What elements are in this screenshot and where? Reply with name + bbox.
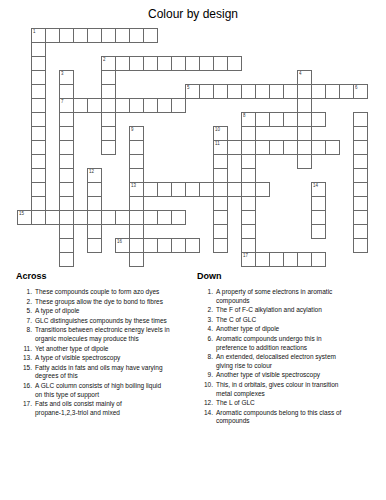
cell-r11-c24[interactable] xyxy=(353,182,368,197)
cell-r11-c13[interactable] xyxy=(199,182,214,197)
clue-num: 4. xyxy=(197,325,213,334)
cell-r2-c13[interactable] xyxy=(199,56,214,71)
clue-text: A property of some electrons in aromatic… xyxy=(216,288,332,305)
cell-r0-c7[interactable] xyxy=(115,28,130,43)
cell-r16-c3[interactable] xyxy=(59,252,74,267)
clue-text: These compounds couple to form azo dyes xyxy=(35,288,159,297)
clue-num: 9. xyxy=(197,371,213,380)
clue-number-16: 16 xyxy=(117,239,122,244)
cell-r3-c3[interactable]: 3 xyxy=(59,70,74,85)
cell-r13-c4[interactable] xyxy=(73,210,88,225)
clue-number-11: 11 xyxy=(215,141,220,146)
clue-num: 16. xyxy=(16,382,32,399)
clue-num: 12. xyxy=(197,399,213,408)
clue-text: An extended, delocalised electron system… xyxy=(216,353,336,370)
down-clue-3: 3.The C of GLC xyxy=(197,316,383,325)
cell-r4-c19[interactable] xyxy=(283,84,298,99)
cell-r14-c14[interactable] xyxy=(213,224,228,239)
clue-text: Yet another type of dipole xyxy=(35,345,108,354)
cell-r15-c9[interactable] xyxy=(143,238,158,253)
across-clue-list: 1.These compounds couple to form azo dye… xyxy=(16,288,196,417)
cell-r4-c6[interactable] xyxy=(101,84,116,99)
cell-r6-c21[interactable] xyxy=(311,112,326,127)
cell-r15-c8[interactable] xyxy=(129,238,144,253)
cell-r13-c11[interactable] xyxy=(171,210,186,225)
cell-r10-c8[interactable] xyxy=(129,168,144,183)
clue-text: These groups allow the dye to bond to fi… xyxy=(35,298,163,307)
down-clue-12: 12.The L of GLC xyxy=(197,399,383,408)
cell-r7-c6[interactable] xyxy=(101,126,116,141)
cell-r6-c18[interactable] xyxy=(269,112,284,127)
cell-r5-c1[interactable] xyxy=(31,98,46,113)
cell-r7-c8[interactable]: 9 xyxy=(129,126,144,141)
cell-r15-c10[interactable] xyxy=(157,238,172,253)
clue-number-10: 10 xyxy=(215,127,220,132)
cell-r5-c8[interactable] xyxy=(129,98,144,113)
clue-num: 7. xyxy=(16,317,32,326)
cell-r4-c24[interactable]: 6 xyxy=(353,84,368,99)
cell-r11-c10[interactable] xyxy=(157,182,172,197)
clue-text: Fatty acids in fats and oils may have va… xyxy=(35,364,163,381)
cell-r6-c17[interactable] xyxy=(255,112,270,127)
across-clues-section: Across 1.These compounds couple to form … xyxy=(16,271,196,418)
down-clue-list: 1.A property of some electrons in aromat… xyxy=(197,288,383,426)
cell-r2-c1[interactable] xyxy=(31,56,46,71)
cell-r11-c21[interactable]: 14 xyxy=(311,182,326,197)
down-clue-2: 2.The F of F-C alkylation and acylation xyxy=(197,306,383,315)
cell-r2-c7[interactable] xyxy=(115,56,130,71)
clue-num: 1. xyxy=(16,288,32,297)
cell-r11-c14[interactable] xyxy=(213,182,228,197)
cell-r9-c3[interactable] xyxy=(59,154,74,169)
cell-r9-c8[interactable] xyxy=(129,154,144,169)
cell-r5-c10[interactable] xyxy=(157,98,172,113)
down-clue-14: 14.Aromatic compounds belong to this cla… xyxy=(197,409,383,426)
cell-r15-c24[interactable] xyxy=(353,238,368,253)
clue-number-13: 13 xyxy=(131,183,136,188)
down-clue-1: 1.A property of some electrons in aromat… xyxy=(197,288,383,305)
cell-r13-c0[interactable]: 15 xyxy=(17,210,32,225)
cell-r14-c24[interactable] xyxy=(353,224,368,239)
clue-text: The F of F-C alkylation and acylation xyxy=(216,306,322,315)
clue-num: 1. xyxy=(197,288,213,305)
cell-r2-c9[interactable] xyxy=(143,56,158,71)
cell-r8-c19[interactable] xyxy=(283,140,298,155)
cell-r9-c24[interactable] xyxy=(353,154,368,169)
cell-r0-c8[interactable] xyxy=(129,28,144,43)
clue-num: 11. xyxy=(16,345,32,354)
cell-r5-c3[interactable]: 7 xyxy=(59,98,74,113)
cell-r10-c16[interactable] xyxy=(241,168,256,183)
cell-r10-c5[interactable]: 12 xyxy=(87,168,102,183)
cell-r9-c14[interactable] xyxy=(213,154,228,169)
cell-r3-c1[interactable] xyxy=(31,70,46,85)
cell-r5-c5[interactable] xyxy=(87,98,102,113)
cell-r8-c8[interactable] xyxy=(129,140,144,155)
cell-r16-c17[interactable] xyxy=(255,252,270,267)
cell-r12-c8[interactable] xyxy=(129,196,144,211)
cell-r11-c3[interactable] xyxy=(59,182,74,197)
cell-r4-c18[interactable] xyxy=(269,84,284,99)
clue-number-15: 15 xyxy=(19,211,24,216)
cell-r6-c6[interactable] xyxy=(101,112,116,127)
clue-number-6: 6 xyxy=(355,85,357,90)
cell-r13-c2[interactable] xyxy=(45,210,60,225)
clue-number-17: 17 xyxy=(243,253,248,258)
down-clue-8: 8.An extended, delocalised electron syst… xyxy=(197,353,383,370)
down-clue-4: 4.Another type of dipole xyxy=(197,325,383,334)
cell-r7-c24[interactable] xyxy=(353,126,368,141)
cell-r5-c9[interactable] xyxy=(143,98,158,113)
cell-r4-c1[interactable] xyxy=(31,84,46,99)
cell-r2-c11[interactable] xyxy=(171,56,186,71)
cell-r13-c9[interactable] xyxy=(143,210,158,225)
clue-number-3: 3 xyxy=(61,71,63,76)
cell-r4-c16[interactable] xyxy=(241,84,256,99)
cell-r8-c15[interactable] xyxy=(227,140,242,155)
cell-r6-c24[interactable] xyxy=(353,112,368,127)
cell-r0-c4[interactable] xyxy=(73,28,88,43)
cell-r6-c20[interactable] xyxy=(297,112,312,127)
across-heading: Across xyxy=(16,271,196,281)
cell-r0-c1[interactable]: 1 xyxy=(31,28,46,43)
puzzle-title: Colour by design xyxy=(0,7,386,21)
cell-r7-c1[interactable] xyxy=(31,126,46,141)
cell-r15-c7[interactable]: 16 xyxy=(115,238,130,253)
clue-number-12: 12 xyxy=(89,169,94,174)
cell-r4-c13[interactable] xyxy=(199,84,214,99)
cell-r13-c10[interactable] xyxy=(157,210,172,225)
cell-r11-c8[interactable]: 13 xyxy=(129,182,144,197)
cell-r4-c3[interactable] xyxy=(59,84,74,99)
cell-r4-c23[interactable] xyxy=(339,84,354,99)
cell-r16-c19[interactable] xyxy=(283,252,298,267)
cell-r11-c11[interactable] xyxy=(171,182,186,197)
cell-r7-c14[interactable]: 10 xyxy=(213,126,228,141)
down-heading: Down xyxy=(197,271,383,281)
cell-r5-c7[interactable] xyxy=(115,98,130,113)
cell-r13-c21[interactable] xyxy=(311,210,326,225)
cell-r5-c20[interactable] xyxy=(297,98,312,113)
cell-r9-c16[interactable] xyxy=(241,154,256,169)
clue-text: Transitions between electronic energy le… xyxy=(35,326,170,343)
cell-r12-c14[interactable] xyxy=(213,196,228,211)
cell-r12-c3[interactable] xyxy=(59,196,74,211)
across-clue-17: 17.Fats and oils consist mainly of propa… xyxy=(16,400,196,417)
cell-r14-c8[interactable] xyxy=(129,224,144,239)
across-clue-11: 11.Yet another type of dipole xyxy=(16,345,196,354)
cell-r12-c1[interactable] xyxy=(31,196,46,211)
cell-r13-c6[interactable] xyxy=(101,210,116,225)
clue-num: 2. xyxy=(197,306,213,315)
clue-num: 15. xyxy=(16,364,32,381)
clue-num: 2. xyxy=(16,298,32,307)
cell-r4-c17[interactable] xyxy=(255,84,270,99)
cell-r8-c1[interactable] xyxy=(31,140,46,155)
cell-r4-c14[interactable] xyxy=(213,84,228,99)
cell-r6-c19[interactable] xyxy=(283,112,298,127)
cell-r10-c1[interactable] xyxy=(31,168,46,183)
cell-r2-c10[interactable] xyxy=(157,56,172,71)
cell-r6-c1[interactable] xyxy=(31,112,46,127)
clue-text: Aromatic compounds belong to this class … xyxy=(216,409,341,426)
cell-r4-c12[interactable]: 5 xyxy=(185,84,200,99)
cell-r13-c8[interactable] xyxy=(129,210,144,225)
clue-num: 5. xyxy=(16,307,32,316)
cell-r15-c14[interactable] xyxy=(213,238,228,253)
cell-r14-c21[interactable] xyxy=(311,224,326,239)
down-clue-9: 9.Another type of visible spectroscopy xyxy=(197,371,383,380)
cell-r2-c14[interactable] xyxy=(213,56,228,71)
crossword-grid: 1234567891011121314151617 xyxy=(17,28,368,267)
cell-r11-c15[interactable] xyxy=(227,182,242,197)
cell-r11-c1[interactable] xyxy=(31,182,46,197)
cell-r15-c5[interactable] xyxy=(87,238,102,253)
clue-text: Fats and oils consist mainly of propane-… xyxy=(35,400,122,417)
cell-r11-c12[interactable] xyxy=(185,182,200,197)
cell-r0-c6[interactable] xyxy=(101,28,116,43)
cell-r4-c22[interactable] xyxy=(325,84,340,99)
cell-r7-c3[interactable] xyxy=(59,126,74,141)
clue-num: 8. xyxy=(197,353,213,370)
cell-r13-c7[interactable] xyxy=(115,210,130,225)
cell-r2-c12[interactable] xyxy=(185,56,200,71)
clue-text: The L of GLC xyxy=(216,399,255,408)
clue-number-2: 2 xyxy=(103,57,105,62)
cell-r10-c24[interactable] xyxy=(353,168,368,183)
clue-num: 10. xyxy=(197,381,213,398)
cell-r16-c21[interactable] xyxy=(311,252,326,267)
cell-r8-c20[interactable] xyxy=(297,140,312,155)
clue-text: The C of GLC xyxy=(216,316,256,325)
cell-r0-c5[interactable] xyxy=(87,28,102,43)
clue-num: 17. xyxy=(16,400,32,417)
cell-r2-c6[interactable]: 2 xyxy=(101,56,116,71)
cell-r5-c4[interactable] xyxy=(73,98,88,113)
cell-r12-c5[interactable] xyxy=(87,196,102,211)
cell-r7-c16[interactable] xyxy=(241,126,256,141)
clue-number-1: 1 xyxy=(33,29,35,34)
cell-r13-c16[interactable] xyxy=(241,210,256,225)
cell-r9-c20[interactable] xyxy=(297,154,312,169)
cell-r11-c9[interactable] xyxy=(143,182,158,197)
clue-num: 6. xyxy=(197,335,213,352)
clue-text: Aromatic compounds undergo this in prefe… xyxy=(216,335,322,352)
cell-r10-c14[interactable] xyxy=(213,168,228,183)
crossword-page: { "title": "Colour by design", "game": "… xyxy=(0,0,386,500)
cell-r9-c1[interactable] xyxy=(31,154,46,169)
across-clue-1: 1.These compounds couple to form azo dye… xyxy=(16,288,196,297)
cell-r13-c3[interactable] xyxy=(59,210,74,225)
cell-r4-c15[interactable] xyxy=(227,84,242,99)
cell-r15-c11[interactable] xyxy=(171,238,186,253)
clue-number-14: 14 xyxy=(313,183,318,188)
clue-text: A type of visible spectroscopy xyxy=(35,354,120,363)
cell-r7-c20[interactable] xyxy=(297,126,312,141)
cell-r4-c20[interactable] xyxy=(297,84,312,99)
cell-r3-c6[interactable] xyxy=(101,70,116,85)
down-clue-6: 6.Aromatic compounds undergo this in pre… xyxy=(197,335,383,352)
clue-text: Another type of dipole xyxy=(216,325,279,334)
cell-r15-c3[interactable] xyxy=(59,238,74,253)
clue-number-5: 5 xyxy=(187,85,189,90)
cell-r12-c16[interactable] xyxy=(241,196,256,211)
cell-r13-c1[interactable] xyxy=(31,210,46,225)
clue-num: 8. xyxy=(16,326,32,343)
clue-num: 13. xyxy=(16,354,32,363)
cell-r11-c17[interactable] xyxy=(255,182,270,197)
across-clue-5: 5.A type of dipole xyxy=(16,307,196,316)
cell-r0-c2[interactable] xyxy=(45,28,60,43)
cell-r0-c3[interactable] xyxy=(59,28,74,43)
cell-r8-c3[interactable] xyxy=(59,140,74,155)
cell-r8-c14[interactable]: 11 xyxy=(213,140,228,155)
down-clues-section: Down 1.A property of some electrons in a… xyxy=(197,271,383,427)
cell-r2-c15[interactable] xyxy=(227,56,242,71)
cell-r8-c21[interactable] xyxy=(311,140,326,155)
cell-r14-c3[interactable] xyxy=(59,224,74,239)
cell-r6-c16[interactable]: 8 xyxy=(241,112,256,127)
clue-text: Another type of visible spectroscopy xyxy=(216,371,320,380)
across-clue-15: 15.Fatty acids in fats and oils may have… xyxy=(16,364,196,381)
clue-number-8: 8 xyxy=(243,113,245,118)
cell-r16-c20[interactable] xyxy=(297,252,312,267)
cell-r6-c3[interactable] xyxy=(59,112,74,127)
cell-r8-c17[interactable] xyxy=(255,140,270,155)
cell-r8-c6[interactable] xyxy=(101,140,116,155)
cell-r5-c11[interactable] xyxy=(171,98,186,113)
cell-r1-c1[interactable] xyxy=(31,42,46,57)
cell-r13-c24[interactable] xyxy=(353,210,368,225)
clue-num: 3. xyxy=(197,316,213,325)
cell-r5-c6[interactable] xyxy=(101,98,116,113)
cell-r8-c24[interactable] xyxy=(353,140,368,155)
cell-r3-c20[interactable]: 4 xyxy=(297,70,312,85)
across-clue-16: 16.A GLC column consists of high boiling… xyxy=(16,382,196,399)
cell-r14-c16[interactable] xyxy=(241,224,256,239)
across-clue-7: 7.GLC distinguishes compounds by these t… xyxy=(16,317,196,326)
cell-r2-c8[interactable] xyxy=(129,56,144,71)
clue-number-9: 9 xyxy=(131,127,133,132)
cell-r16-c8[interactable] xyxy=(129,252,144,267)
cell-r8-c18[interactable] xyxy=(269,140,284,155)
down-clue-10: 10.This, in d orbitals, gives colour in … xyxy=(197,381,383,398)
clue-text: GLC distinguishes compounds by these tim… xyxy=(35,317,167,326)
clue-num: 14. xyxy=(197,409,213,426)
cell-r13-c14[interactable] xyxy=(213,210,228,225)
clue-text: This, in d orbitals, gives colour in tra… xyxy=(216,381,338,398)
cell-r4-c21[interactable] xyxy=(311,84,326,99)
cell-r8-c16[interactable] xyxy=(241,140,256,155)
cell-r11-c5[interactable] xyxy=(87,182,102,197)
cell-r16-c16[interactable]: 17 xyxy=(241,252,256,267)
clue-text: A type of dipole xyxy=(35,307,79,316)
across-clue-2: 2.These groups allow the dye to bond to … xyxy=(16,298,196,307)
cell-r12-c24[interactable] xyxy=(353,196,368,211)
cell-r11-c16[interactable] xyxy=(241,182,256,197)
clue-number-7: 7 xyxy=(61,99,63,104)
across-clue-8: 8.Transitions between electronic energy … xyxy=(16,326,196,343)
cell-r13-c5[interactable] xyxy=(87,210,102,225)
clue-text: A GLC column consists of high boiling li… xyxy=(35,382,161,399)
cell-r14-c5[interactable] xyxy=(87,224,102,239)
cell-r10-c3[interactable] xyxy=(59,168,74,183)
across-clue-13: 13.A type of visible spectroscopy xyxy=(16,354,196,363)
clue-number-4: 4 xyxy=(299,71,301,76)
cell-r12-c21[interactable] xyxy=(311,196,326,211)
cell-r15-c16[interactable] xyxy=(241,238,256,253)
cell-r0-c9[interactable] xyxy=(143,28,158,43)
cell-r15-c12[interactable] xyxy=(185,238,200,253)
cell-r8-c22[interactable] xyxy=(325,140,340,155)
cell-r16-c18[interactable] xyxy=(269,252,284,267)
